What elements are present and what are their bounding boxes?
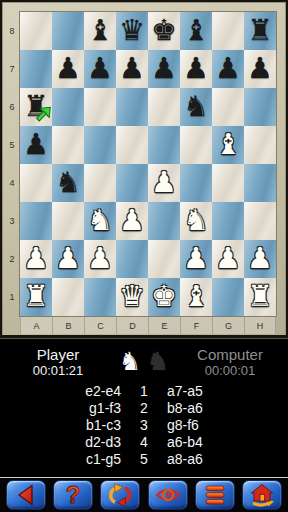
white-move: g1-f3 [31,400,127,417]
menu-bars-icon [202,482,228,508]
players-header: Player 00:01:21 ♞ ♞ Computer 00:00:01 [0,339,288,378]
black-move: b8-a6 [161,400,257,417]
square-d4[interactable] [116,164,148,202]
move-row-1[interactable]: e2-e41a7-a5 [0,383,288,400]
back-button[interactable] [6,480,46,510]
square-e1[interactable]: ♚ [148,278,180,316]
square-g2[interactable]: ♟ [212,240,244,278]
black-player-name: Computer [172,346,288,363]
white-knight-f3[interactable]: ♞ [180,202,212,240]
square-f7[interactable]: ♟ [180,50,212,88]
white-pawn-f2[interactable]: ♟ [180,240,212,278]
square-b3[interactable] [52,202,84,240]
black-pawn-d7[interactable]: ♟ [116,50,148,88]
white-move: b1-c3 [31,417,127,434]
black-player-clock: 00:00:01 [172,363,288,378]
circular-arrows-icon [107,482,133,508]
square-d6[interactable] [116,88,148,126]
move-number: 2 [127,400,161,417]
white-knight-icon: ♞ [116,346,144,378]
black-move: a7-a5 [161,383,257,400]
question-mark-icon: ? [60,482,86,508]
black-pawn-f7[interactable]: ♟ [180,50,212,88]
square-e4[interactable]: ♟ [148,164,180,202]
show-move-button[interactable] [148,480,188,510]
square-b4[interactable]: ♞ [52,164,84,202]
move-row-5[interactable]: c1-g55a8-a6 [0,451,288,468]
toolbar: ? [0,477,288,512]
square-g6[interactable] [212,88,244,126]
black-bishop-c8[interactable]: ♝ [84,12,116,50]
white-queen-d1[interactable]: ♛ [116,278,148,316]
square-f1[interactable]: ♝ [180,278,212,316]
black-king-e8[interactable]: ♚ [148,12,180,50]
square-g3[interactable] [212,202,244,240]
white-move: e2-e4 [31,383,127,400]
white-pawn-g2[interactable]: ♟ [212,240,244,278]
square-h1[interactable]: ♜ [244,278,276,316]
rank-label-5: 5 [4,126,20,164]
square-a1[interactable]: ♜ [20,278,52,316]
square-b8[interactable] [52,12,84,50]
move-row-3[interactable]: b1-c33g8-f6 [0,417,288,434]
black-pawn-c7[interactable]: ♟ [84,50,116,88]
square-d7[interactable]: ♟ [116,50,148,88]
black-bishop-f8[interactable]: ♝ [180,12,212,50]
rank-label-6: 6 [4,88,20,126]
square-b2[interactable]: ♟ [52,240,84,278]
square-h7[interactable]: ♟ [244,50,276,88]
white-knight-c3[interactable]: ♞ [84,202,116,240]
black-knight-icon: ♞ [144,346,172,378]
rank-label-4: 4 [4,164,20,202]
square-a8[interactable] [20,12,52,50]
black-knight-f6[interactable]: ♞ [180,88,212,126]
black-pawn-h7[interactable]: ♟ [244,50,276,88]
black-move: a6-b4 [161,434,257,451]
square-a6[interactable]: ♜ [20,88,52,126]
square-c7[interactable]: ♟ [84,50,116,88]
white-player-name: Player [0,346,116,363]
black-queen-d8[interactable]: ♛ [116,12,148,50]
black-pawn-b7[interactable]: ♟ [52,50,84,88]
square-d1[interactable]: ♛ [116,278,148,316]
square-b5[interactable] [52,126,84,164]
square-c1[interactable] [84,278,116,316]
rank-label-3: 3 [4,202,20,240]
square-f3[interactable]: ♞ [180,202,212,240]
black-pawn-e7[interactable]: ♟ [148,50,180,88]
square-b1[interactable] [52,278,84,316]
black-move: a8-a6 [161,451,257,468]
square-e7[interactable]: ♟ [148,50,180,88]
replay-button[interactable] [100,480,140,510]
square-h3[interactable] [244,202,276,240]
square-c4[interactable] [84,164,116,202]
move-row-4[interactable]: d2-d34a6-b4 [0,434,288,451]
square-d5[interactable] [116,126,148,164]
square-e2[interactable] [148,240,180,278]
white-player-clock: 00:01:21 [0,363,116,378]
rank-label-7: 7 [4,50,20,88]
square-f5[interactable] [180,126,212,164]
file-labels: ABCDEFGH [20,316,276,335]
black-player-block: Computer 00:00:01 [172,346,288,378]
move-number: 5 [127,451,161,468]
black-pawn-a5[interactable]: ♟ [20,126,52,164]
square-c2[interactable]: ♟ [84,240,116,278]
square-a2[interactable]: ♟ [20,240,52,278]
square-h2[interactable]: ♟ [244,240,276,278]
square-h5[interactable] [244,126,276,164]
rank-labels: 87654321 [4,12,20,316]
white-rook-h1[interactable]: ♜ [244,278,276,316]
square-e3[interactable] [148,202,180,240]
rank-label-8: 8 [4,12,20,50]
square-g7[interactable]: ♟ [212,50,244,88]
square-e6[interactable] [148,88,180,126]
square-f6[interactable]: ♞ [180,88,212,126]
square-h6[interactable] [244,88,276,126]
square-g5[interactable]: ♝ [212,126,244,164]
square-f8[interactable]: ♝ [180,12,212,50]
square-b7[interactable]: ♟ [52,50,84,88]
square-a7[interactable] [20,50,52,88]
white-move: c1-g5 [31,451,127,468]
move-number: 4 [127,434,161,451]
file-label-e: E [148,317,180,334]
game-info-panel: Player 00:01:21 ♞ ♞ Computer 00:00:01 e2… [0,338,288,477]
square-b6[interactable] [52,88,84,126]
file-label-c: C [84,317,116,334]
square-f2[interactable]: ♟ [180,240,212,278]
white-king-e1[interactable]: ♚ [148,278,180,316]
white-rook-a1[interactable]: ♜ [20,278,52,316]
square-c3[interactable]: ♞ [84,202,116,240]
menu-button[interactable] [195,480,235,510]
square-d3[interactable]: ♟ [116,202,148,240]
white-pawn-c2[interactable]: ♟ [84,240,116,278]
black-rook-h8[interactable]: ♜ [244,12,276,50]
file-label-d: D [116,317,148,334]
chess-app-screen: 87654321 ♝♛♚♝♜♟♟♟♟♟♟♟♜♞♟♝♞♟♞♟♞♟♟♟♟♟♟♜♛♚♝… [0,0,288,512]
square-g8[interactable] [212,12,244,50]
move-list[interactable]: e2-e41a7-a5g1-f32b8-a6b1-c33g8-f6d2-d34a… [0,383,288,468]
square-h4[interactable] [244,164,276,202]
black-pawn-g7[interactable]: ♟ [212,50,244,88]
white-pawn-e4[interactable]: ♟ [148,164,180,202]
back-arrow-icon [13,482,39,508]
square-a4[interactable] [20,164,52,202]
square-g4[interactable] [212,164,244,202]
file-label-f: F [180,317,212,334]
rank-label-2: 2 [4,240,20,278]
square-a3[interactable] [20,202,52,240]
black-knight-b4[interactable]: ♞ [52,164,84,202]
black-move: g8-f6 [161,417,257,434]
exit-button[interactable] [242,480,282,510]
help-button[interactable]: ? [53,480,93,510]
square-h8[interactable]: ♜ [244,12,276,50]
square-f4[interactable] [180,164,212,202]
white-pawn-b2[interactable]: ♟ [52,240,84,278]
chess-board[interactable]: ♝♛♚♝♜♟♟♟♟♟♟♟♜♞♟♝♞♟♞♟♞♟♟♟♟♟♟♜♛♚♝♜ [20,12,276,316]
move-number: 1 [127,383,161,400]
white-player-block: Player 00:01:21 [0,346,116,378]
square-g1[interactable] [212,278,244,316]
file-label-h: H [244,317,276,334]
chess-board-frame: 87654321 ♝♛♚♝♜♟♟♟♟♟♟♟♜♞♟♝♞♟♞♟♞♟♟♟♟♟♟♜♛♚♝… [0,0,288,338]
white-pawn-a2[interactable]: ♟ [20,240,52,278]
square-c5[interactable] [84,126,116,164]
white-pawn-h2[interactable]: ♟ [244,240,276,278]
last-move-arrow-icon [33,104,52,123]
file-label-a: A [20,317,52,334]
square-c8[interactable]: ♝ [84,12,116,50]
file-label-g: G [212,317,244,334]
square-d2[interactable] [116,240,148,278]
file-label-b: B [52,317,84,334]
white-move: d2-d3 [31,434,127,451]
rank-label-1: 1 [4,278,20,316]
square-e8[interactable]: ♚ [148,12,180,50]
white-bishop-g5[interactable]: ♝ [212,126,244,164]
square-d8[interactable]: ♛ [116,12,148,50]
square-c6[interactable] [84,88,116,126]
square-a5[interactable]: ♟ [20,126,52,164]
home-icon [249,482,275,508]
svg-text:?: ? [66,482,81,508]
move-row-2[interactable]: g1-f32b8-a6 [0,400,288,417]
move-number: 3 [127,417,161,434]
white-bishop-f1[interactable]: ♝ [180,278,212,316]
white-pawn-d3[interactable]: ♟ [116,202,148,240]
square-e5[interactable] [148,126,180,164]
eye-icon [155,482,181,508]
